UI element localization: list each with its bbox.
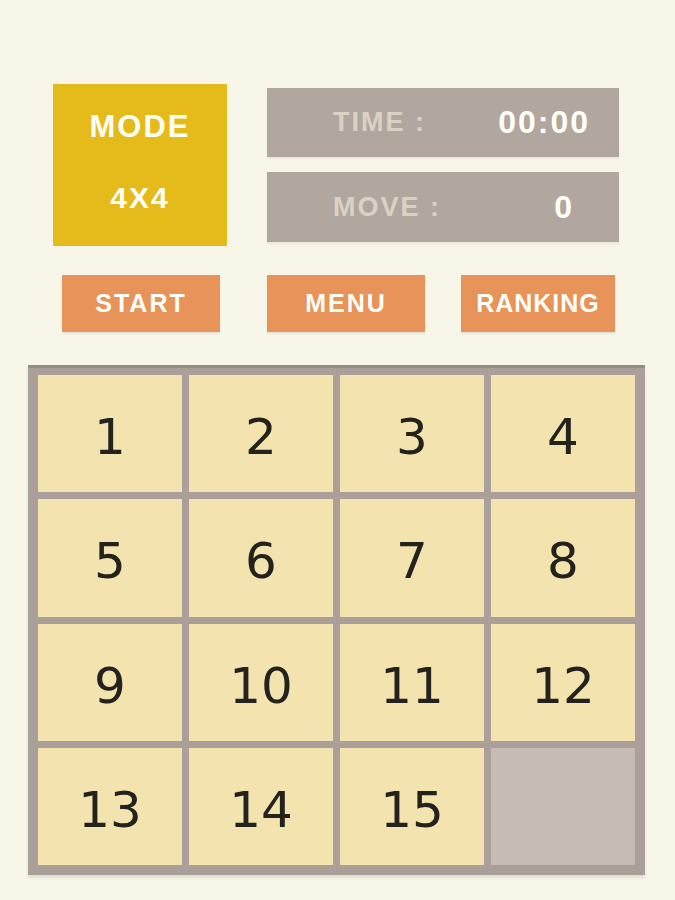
tile-6[interactable]: 6 <box>189 499 333 616</box>
ranking-button[interactable]: RANKING <box>461 275 615 332</box>
tile-2[interactable]: 2 <box>189 375 333 492</box>
menu-button[interactable]: MENU <box>267 275 425 332</box>
tile-15[interactable]: 15 <box>340 748 484 865</box>
start-button[interactable]: START <box>62 275 220 332</box>
tile-9[interactable]: 9 <box>38 624 182 741</box>
time-value: 00:00 <box>498 104 590 141</box>
mode-label: MODE <box>53 111 227 143</box>
move-label: MOVE : <box>333 192 441 223</box>
tile-4[interactable]: 4 <box>491 375 635 492</box>
tile-13[interactable]: 13 <box>38 748 182 865</box>
tile-5[interactable]: 5 <box>38 499 182 616</box>
tile-7[interactable]: 7 <box>340 499 484 616</box>
mode-box: MODE 4X4 <box>53 84 227 246</box>
move-panel: MOVE : 0 <box>267 172 619 242</box>
tile-1[interactable]: 1 <box>38 375 182 492</box>
time-panel: TIME : 00:00 <box>267 88 619 157</box>
puzzle-board: 123456789101112131415 <box>28 365 645 875</box>
empty-cell <box>491 748 635 865</box>
tile-11[interactable]: 11 <box>340 624 484 741</box>
tile-3[interactable]: 3 <box>340 375 484 492</box>
tile-8[interactable]: 8 <box>491 499 635 616</box>
mode-value: 4X4 <box>53 182 227 214</box>
time-label: TIME : <box>333 107 426 138</box>
tile-10[interactable]: 10 <box>189 624 333 741</box>
move-value: 0 <box>554 189 574 226</box>
tile-14[interactable]: 14 <box>189 748 333 865</box>
tile-12[interactable]: 12 <box>491 624 635 741</box>
